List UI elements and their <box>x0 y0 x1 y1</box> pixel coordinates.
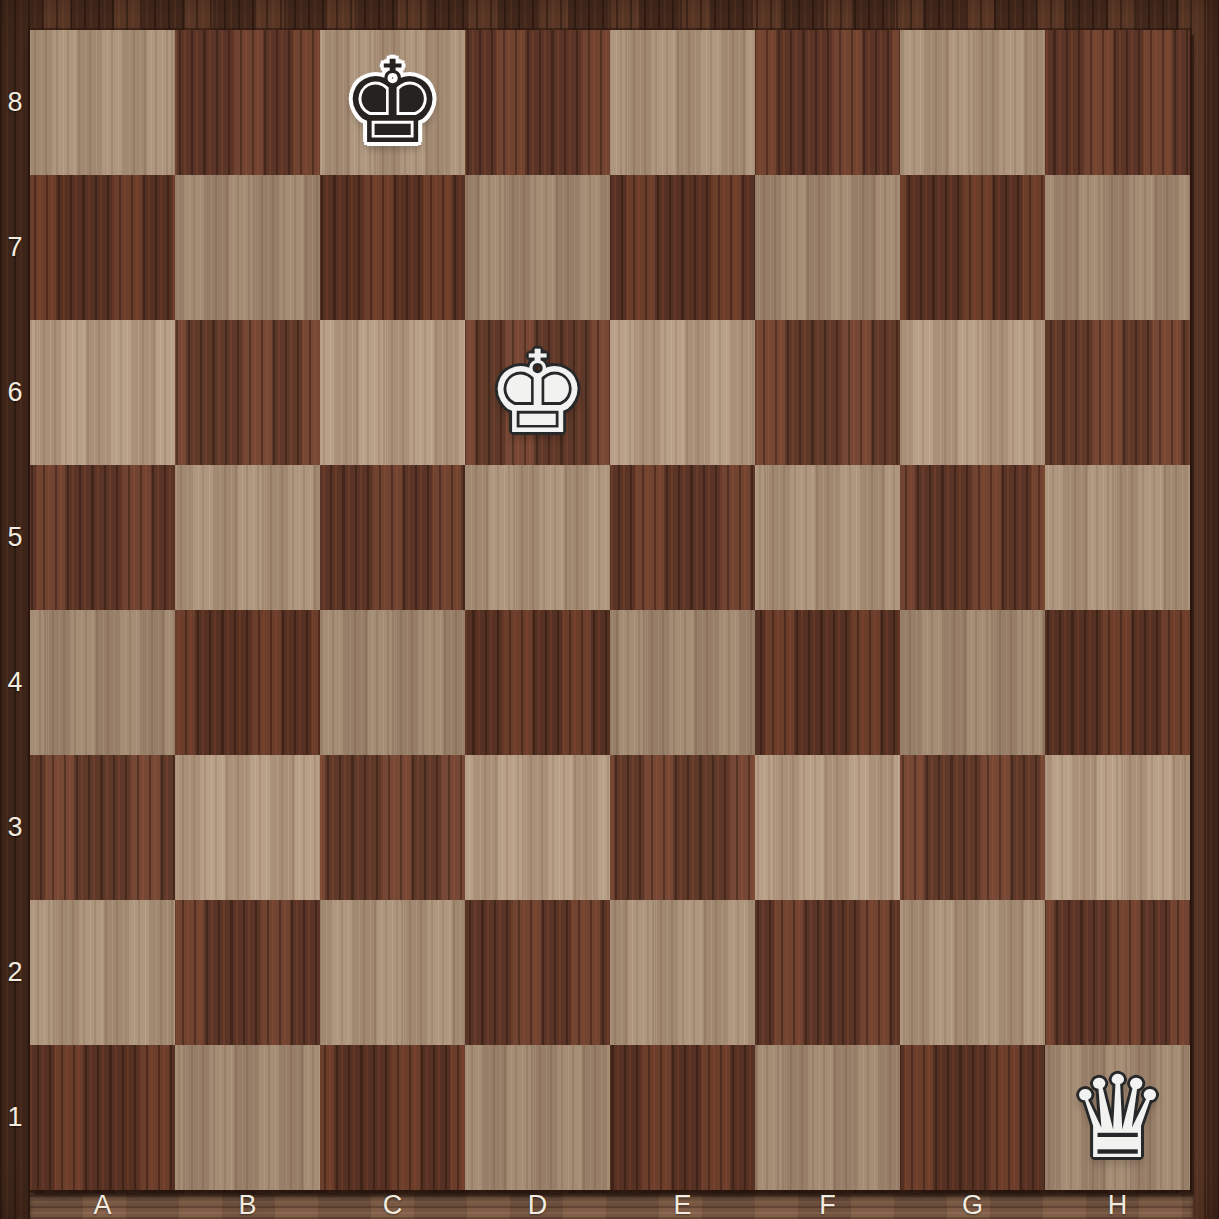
square-a4[interactable] <box>30 610 175 755</box>
square-d8[interactable] <box>465 30 610 175</box>
wood-grain-texture <box>900 320 1045 465</box>
square-e5[interactable] <box>610 465 755 610</box>
wood-grain-texture <box>465 610 610 755</box>
square-c2[interactable] <box>320 900 465 1045</box>
square-f6[interactable] <box>755 320 900 465</box>
wood-grain-texture <box>30 175 175 320</box>
wood-grain-texture <box>755 610 900 755</box>
wood-grain-texture <box>610 30 755 175</box>
square-f8[interactable] <box>755 30 900 175</box>
wood-grain-texture <box>465 755 610 900</box>
file-label-b: B <box>175 1191 320 1219</box>
wood-grain-texture <box>175 465 320 610</box>
square-f2[interactable] <box>755 900 900 1045</box>
wood-grain-texture <box>30 610 175 755</box>
wood-grain-texture <box>175 755 320 900</box>
square-e7[interactable] <box>610 175 755 320</box>
wood-grain-texture <box>175 175 320 320</box>
square-c5[interactable] <box>320 465 465 610</box>
wood-grain-texture <box>610 755 755 900</box>
square-e3[interactable] <box>610 755 755 900</box>
wood-grain-texture <box>465 465 610 610</box>
rank-label-6: 6 <box>0 320 30 465</box>
square-b1[interactable] <box>175 1045 320 1190</box>
square-c8[interactable]: ♚ <box>320 30 465 175</box>
square-f3[interactable] <box>755 755 900 900</box>
square-h1[interactable]: ♛ <box>1045 1045 1190 1190</box>
square-a1[interactable] <box>30 1045 175 1190</box>
square-c1[interactable] <box>320 1045 465 1190</box>
wood-grain-texture <box>900 1045 1045 1190</box>
square-b7[interactable] <box>175 175 320 320</box>
square-d6[interactable]: ♚ <box>465 320 610 465</box>
square-e8[interactable] <box>610 30 755 175</box>
square-e6[interactable] <box>610 320 755 465</box>
wood-grain-texture <box>175 30 320 175</box>
wood-grain-texture <box>900 175 1045 320</box>
square-c4[interactable] <box>320 610 465 755</box>
wood-grain-texture <box>30 755 175 900</box>
rank-label-7: 7 <box>0 175 30 320</box>
rank-label-1: 1 <box>0 1045 30 1190</box>
wood-grain-texture <box>1045 900 1190 1045</box>
wood-grain-texture <box>1045 30 1190 175</box>
file-coordinates: ABCDEFGH <box>30 1191 1190 1219</box>
wood-grain-texture <box>30 30 175 175</box>
file-label-d: D <box>465 1191 610 1219</box>
rank-coordinates: 87654321 <box>0 30 30 1190</box>
wood-grain-texture <box>320 755 465 900</box>
wood-grain-texture <box>900 900 1045 1045</box>
wood-grain-texture <box>755 1045 900 1190</box>
wood-grain-texture <box>465 30 610 175</box>
wood-grain-texture <box>610 465 755 610</box>
file-label-c: C <box>320 1191 465 1219</box>
square-a5[interactable] <box>30 465 175 610</box>
square-f5[interactable] <box>755 465 900 610</box>
square-f7[interactable] <box>755 175 900 320</box>
square-d2[interactable] <box>465 900 610 1045</box>
wood-grain-texture <box>30 465 175 610</box>
rank-label-4: 4 <box>0 610 30 755</box>
rank-label-2: 2 <box>0 900 30 1045</box>
wood-grain-texture <box>900 610 1045 755</box>
chess-board-screenshot: ♚♚♛ 87654321 ABCDEFGH <box>0 0 1219 1219</box>
square-f1[interactable] <box>755 1045 900 1190</box>
wood-grain-texture <box>465 175 610 320</box>
wood-grain-texture <box>175 320 320 465</box>
wood-grain-texture <box>320 610 465 755</box>
square-g8[interactable] <box>900 30 1045 175</box>
wood-grain-texture <box>755 755 900 900</box>
rank-label-5: 5 <box>0 465 30 610</box>
square-g1[interactable] <box>900 1045 1045 1190</box>
file-label-a: A <box>30 1191 175 1219</box>
file-label-g: G <box>900 1191 1045 1219</box>
square-d5[interactable] <box>465 465 610 610</box>
square-b2[interactable] <box>175 900 320 1045</box>
square-f4[interactable] <box>755 610 900 755</box>
wood-grain-texture <box>610 1045 755 1190</box>
wood-grain-texture <box>900 755 1045 900</box>
square-a3[interactable] <box>30 755 175 900</box>
square-g6[interactable] <box>900 320 1045 465</box>
rank-label-8: 8 <box>0 30 30 175</box>
wood-grain-texture <box>1045 175 1190 320</box>
square-h3[interactable] <box>1045 755 1190 900</box>
wood-grain-texture <box>175 1045 320 1190</box>
wood-grain-texture <box>755 900 900 1045</box>
square-a8[interactable] <box>30 30 175 175</box>
square-c6[interactable] <box>320 320 465 465</box>
file-label-h: H <box>1045 1191 1190 1219</box>
square-d1[interactable] <box>465 1045 610 1190</box>
square-b6[interactable] <box>175 320 320 465</box>
file-label-f: F <box>755 1191 900 1219</box>
wood-grain-texture <box>900 30 1045 175</box>
square-d3[interactable] <box>465 755 610 900</box>
square-b5[interactable] <box>175 465 320 610</box>
square-c3[interactable] <box>320 755 465 900</box>
square-c7[interactable] <box>320 175 465 320</box>
file-label-e: E <box>610 1191 755 1219</box>
square-g2[interactable] <box>900 900 1045 1045</box>
wood-grain-texture <box>610 320 755 465</box>
wood-grain-texture <box>900 465 1045 610</box>
rank-label-3: 3 <box>0 755 30 900</box>
square-h5[interactable] <box>1045 465 1190 610</box>
wood-grain-texture <box>755 320 900 465</box>
square-h8[interactable] <box>1045 30 1190 175</box>
wood-grain-texture <box>175 610 320 755</box>
wood-grain-texture <box>755 30 900 175</box>
wood-grain-texture <box>320 1045 465 1190</box>
wood-grain-texture <box>320 465 465 610</box>
board: ♚♚♛ <box>30 30 1190 1190</box>
wood-grain-texture <box>610 610 755 755</box>
square-a7[interactable] <box>30 175 175 320</box>
square-b4[interactable] <box>175 610 320 755</box>
wood-grain-texture <box>755 175 900 320</box>
wood-grain-texture <box>175 900 320 1045</box>
square-b3[interactable] <box>175 755 320 900</box>
wood-grain-texture <box>320 900 465 1045</box>
wood-grain-texture <box>30 320 175 465</box>
wood-grain-texture <box>1045 610 1190 755</box>
square-a6[interactable] <box>30 320 175 465</box>
piece-black-king[interactable]: ♚ <box>320 30 465 175</box>
square-g4[interactable] <box>900 610 1045 755</box>
wood-grain-texture <box>1045 755 1190 900</box>
square-d4[interactable] <box>465 610 610 755</box>
square-e4[interactable] <box>610 610 755 755</box>
piece-white-queen[interactable]: ♛ <box>1045 1045 1190 1190</box>
wood-grain-texture <box>1045 465 1190 610</box>
wood-grain-texture <box>465 900 610 1045</box>
square-e2[interactable] <box>610 900 755 1045</box>
square-b8[interactable] <box>175 30 320 175</box>
wood-grain-texture <box>320 175 465 320</box>
wood-grain-texture <box>610 175 755 320</box>
wood-grain-texture <box>465 1045 610 1190</box>
wood-grain-texture <box>755 465 900 610</box>
square-h2[interactable] <box>1045 900 1190 1045</box>
square-d7[interactable] <box>465 175 610 320</box>
wood-grain-texture <box>610 900 755 1045</box>
square-a2[interactable] <box>30 900 175 1045</box>
square-h4[interactable] <box>1045 610 1190 755</box>
square-h6[interactable] <box>1045 320 1190 465</box>
wood-grain-texture <box>30 1045 175 1190</box>
square-g3[interactable] <box>900 755 1045 900</box>
square-g7[interactable] <box>900 175 1045 320</box>
square-e1[interactable] <box>610 1045 755 1190</box>
square-g5[interactable] <box>900 465 1045 610</box>
piece-white-king[interactable]: ♚ <box>465 320 610 465</box>
wood-grain-texture <box>1045 320 1190 465</box>
wood-grain-texture <box>30 900 175 1045</box>
wood-grain-texture <box>320 320 465 465</box>
square-h7[interactable] <box>1045 175 1190 320</box>
